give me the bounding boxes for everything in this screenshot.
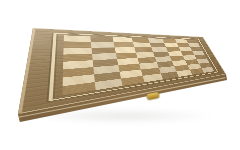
brass-clasp [147, 92, 160, 100]
product-photo-stage [0, 0, 240, 150]
